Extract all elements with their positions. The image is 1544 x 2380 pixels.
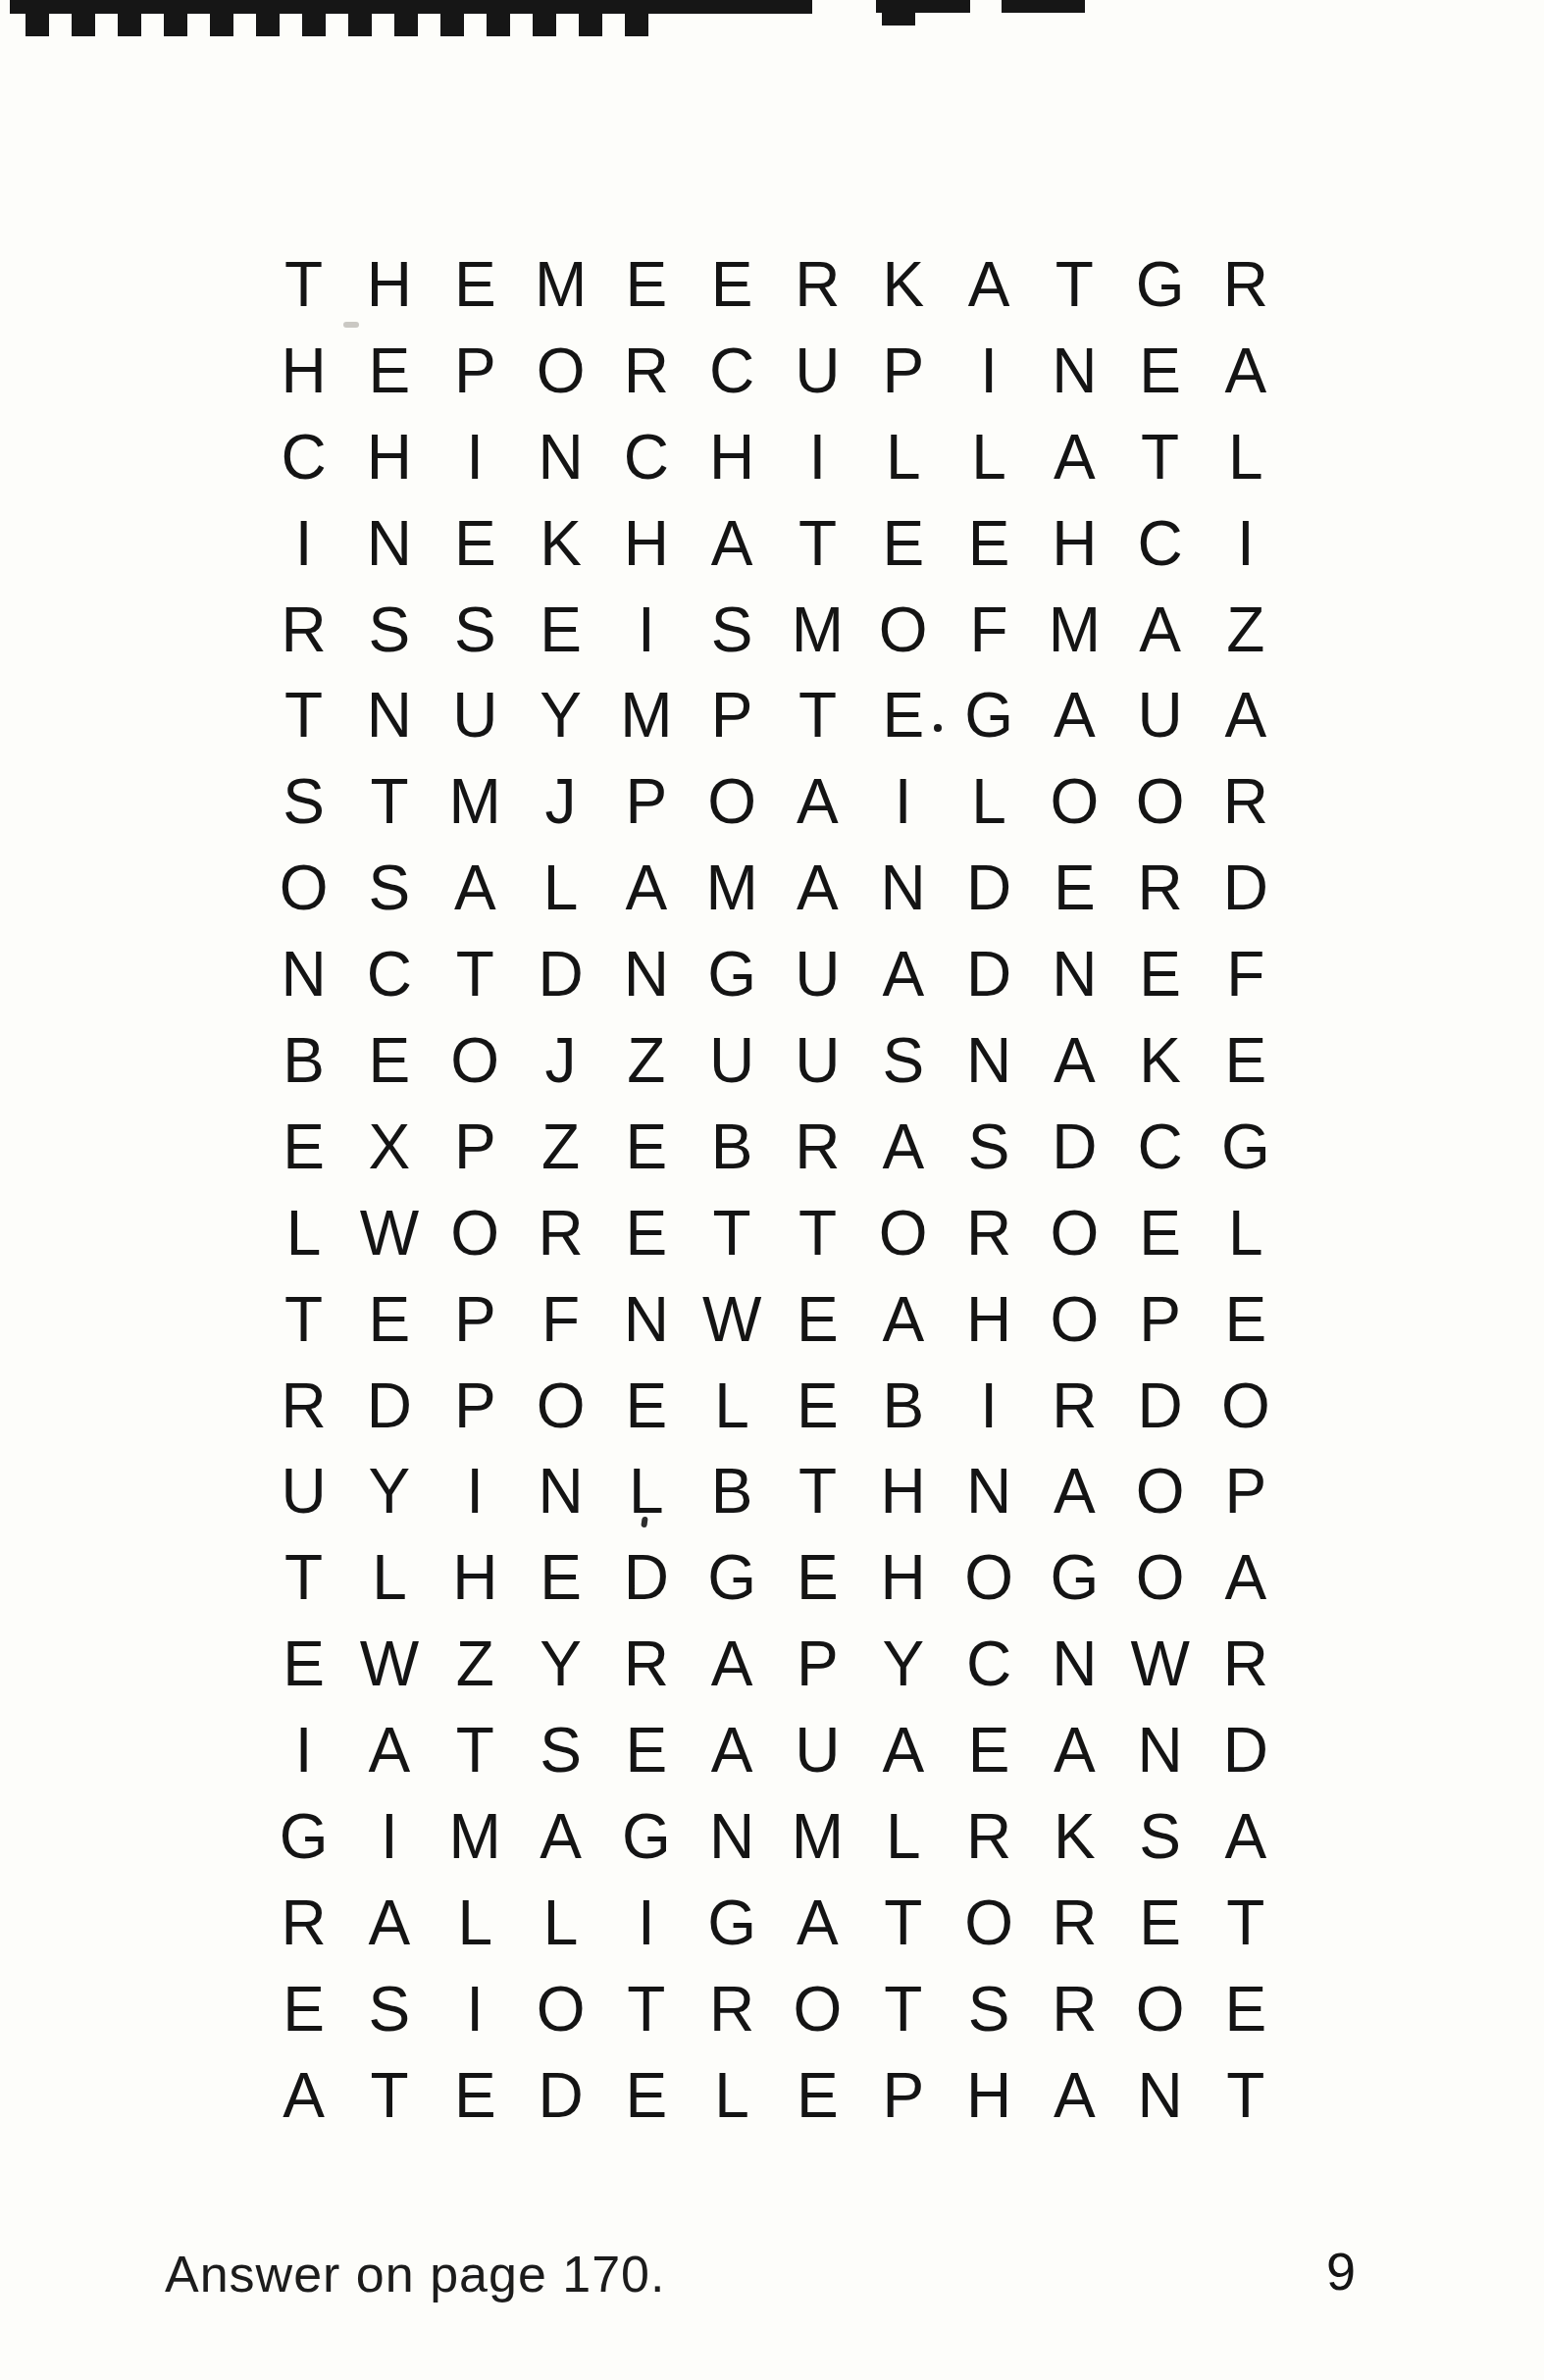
grid-cell[interactable]: L bbox=[946, 414, 1031, 500]
grid-cell[interactable]: E bbox=[261, 1621, 346, 1707]
grid-cell[interactable]: N bbox=[860, 845, 946, 931]
grid-cell[interactable]: O bbox=[518, 1363, 603, 1449]
grid-cell[interactable]: L bbox=[860, 1793, 946, 1880]
grid-cell[interactable]: H bbox=[946, 1276, 1031, 1363]
grid-cell[interactable]: N bbox=[518, 414, 603, 500]
grid-cell[interactable]: T bbox=[261, 1276, 346, 1363]
grid-cell[interactable]: T bbox=[433, 1707, 518, 1793]
grid-cell[interactable]: Z bbox=[518, 1104, 603, 1190]
grid-cell[interactable]: A bbox=[1117, 587, 1203, 673]
grid-cell[interactable]: F bbox=[946, 587, 1031, 673]
grid-cell[interactable]: E bbox=[1203, 1017, 1288, 1104]
grid-cell[interactable]: E bbox=[1203, 1966, 1288, 2052]
grid-cell[interactable]: M bbox=[1032, 587, 1117, 673]
grid-cell[interactable]: L bbox=[518, 845, 603, 931]
grid-cell[interactable]: E bbox=[1117, 328, 1203, 414]
grid-cell[interactable]: N bbox=[689, 1793, 774, 1880]
grid-cell[interactable]: U bbox=[433, 672, 518, 758]
grid-cell[interactable]: I bbox=[433, 1966, 518, 2052]
grid-cell[interactable]: N bbox=[346, 672, 432, 758]
grid-cell[interactable]: K bbox=[860, 241, 946, 328]
grid-cell[interactable]: L bbox=[433, 1880, 518, 1966]
grid-cell[interactable]: L bbox=[518, 1880, 603, 1966]
grid-cell[interactable]: N bbox=[946, 1017, 1031, 1104]
grid-cell[interactable]: G bbox=[1203, 1104, 1288, 1190]
grid-cell[interactable]: E bbox=[689, 241, 774, 328]
grid-cell[interactable]: N bbox=[1032, 931, 1117, 1017]
grid-cell[interactable]: F bbox=[518, 1276, 603, 1363]
grid-cell[interactable]: R bbox=[1203, 758, 1288, 845]
grid-cell[interactable]: G bbox=[689, 931, 774, 1017]
grid-cell[interactable]: E bbox=[775, 2052, 860, 2139]
grid-cell[interactable]: A bbox=[860, 1707, 946, 1793]
grid-cell[interactable]: X bbox=[346, 1104, 432, 1190]
grid-cell[interactable]: N bbox=[1117, 1707, 1203, 1793]
grid-cell[interactable]: E bbox=[346, 1276, 432, 1363]
grid-cell[interactable]: D bbox=[1203, 1707, 1288, 1793]
grid-cell[interactable]: A bbox=[775, 758, 860, 845]
grid-cell[interactable]: M bbox=[775, 587, 860, 673]
grid-cell[interactable]: A bbox=[603, 845, 689, 931]
grid-cell[interactable]: O bbox=[1117, 1966, 1203, 2052]
grid-cell[interactable]: E bbox=[775, 1363, 860, 1449]
grid-cell[interactable]: C bbox=[1117, 500, 1203, 587]
grid-cell[interactable]: U bbox=[689, 1017, 774, 1104]
grid-cell[interactable]: R bbox=[946, 1190, 1031, 1276]
grid-cell[interactable]: P bbox=[1117, 1276, 1203, 1363]
grid-cell[interactable]: M bbox=[775, 1793, 860, 1880]
grid-cell[interactable]: T bbox=[346, 2052, 432, 2139]
grid-cell[interactable]: E bbox=[603, 1104, 689, 1190]
grid-cell[interactable]: L bbox=[860, 414, 946, 500]
grid-cell[interactable]: I bbox=[1203, 500, 1288, 587]
grid-cell[interactable]: N bbox=[1117, 2052, 1203, 2139]
grid-cell[interactable]: R bbox=[261, 1363, 346, 1449]
grid-cell[interactable]: R bbox=[1032, 1363, 1117, 1449]
grid-cell[interactable]: H bbox=[261, 328, 346, 414]
grid-cell[interactable]: E bbox=[433, 500, 518, 587]
grid-cell[interactable]: A bbox=[518, 1793, 603, 1880]
crop-bar-small-2 bbox=[1002, 0, 1085, 13]
grid-cell[interactable]: G bbox=[603, 1793, 689, 1880]
grid-cell[interactable]: A bbox=[946, 241, 1031, 328]
grid-cell[interactable]: P bbox=[433, 328, 518, 414]
grid-cell[interactable]: U bbox=[261, 1448, 346, 1534]
grid-cell[interactable]: T bbox=[775, 1190, 860, 1276]
grid-cell[interactable]: A bbox=[775, 1880, 860, 1966]
grid-cell[interactable]: L bbox=[261, 1190, 346, 1276]
grid-cell[interactable]: R bbox=[775, 241, 860, 328]
grid-cell[interactable]: A bbox=[1032, 1707, 1117, 1793]
grid-cell[interactable]: T bbox=[775, 672, 860, 758]
grid-cell[interactable]: E bbox=[603, 1707, 689, 1793]
grid-cell[interactable]: Y bbox=[346, 1448, 432, 1534]
grid-cell[interactable]: B bbox=[860, 1363, 946, 1449]
grid-cell[interactable]: N bbox=[946, 1448, 1031, 1534]
grid-cell[interactable]: A bbox=[860, 931, 946, 1017]
grid-cell[interactable]: H bbox=[860, 1534, 946, 1621]
grid-cell[interactable]: I bbox=[603, 587, 689, 673]
grid-cell[interactable]: H bbox=[1032, 500, 1117, 587]
grid-cell[interactable]: C bbox=[346, 931, 432, 1017]
grid-cell[interactable]: O bbox=[1203, 1363, 1288, 1449]
grid-cell[interactable]: A bbox=[346, 1707, 432, 1793]
crop-bar-letter-bottoms bbox=[26, 13, 661, 36]
grid-cell[interactable]: A bbox=[689, 1707, 774, 1793]
grid-cell[interactable]: E bbox=[1117, 931, 1203, 1017]
grid-cell[interactable]: A bbox=[689, 1621, 774, 1707]
grid-cell[interactable]: W bbox=[346, 1621, 432, 1707]
grid-cell[interactable]: I bbox=[346, 1793, 432, 1880]
grid-cell[interactable]: G bbox=[261, 1793, 346, 1880]
grid-cell[interactable]: O bbox=[1032, 758, 1117, 845]
grid-cell[interactable]: O bbox=[1032, 1276, 1117, 1363]
grid-cell[interactable]: R bbox=[603, 1621, 689, 1707]
grid-cell[interactable]: A bbox=[1203, 1793, 1288, 1880]
grid-cell[interactable]: H bbox=[860, 1448, 946, 1534]
grid-cell[interactable]: Y bbox=[860, 1621, 946, 1707]
scan-speck bbox=[343, 322, 359, 328]
grid-cell[interactable]: M bbox=[518, 241, 603, 328]
grid-cell[interactable]: L bbox=[689, 2052, 774, 2139]
grid-cell[interactable]: H bbox=[433, 1534, 518, 1621]
grid-cell[interactable]: O bbox=[1117, 758, 1203, 845]
grid-cell[interactable]: M bbox=[603, 672, 689, 758]
grid-cell[interactable]: C bbox=[1117, 1104, 1203, 1190]
grid-cell[interactable]: O bbox=[946, 1880, 1031, 1966]
grid-cell[interactable]: I bbox=[261, 500, 346, 587]
grid-cell[interactable]: L bbox=[689, 1363, 774, 1449]
grid-cell[interactable]: A bbox=[261, 2052, 346, 2139]
grid-cell[interactable]: O bbox=[518, 1966, 603, 2052]
grid-cell[interactable]: P bbox=[1203, 1448, 1288, 1534]
grid-cell[interactable]: I bbox=[433, 1448, 518, 1534]
grid-cell[interactable]: T bbox=[1117, 414, 1203, 500]
grid-cell[interactable]: U bbox=[775, 328, 860, 414]
grid-cell[interactable]: B bbox=[261, 1017, 346, 1104]
grid-cell[interactable]: C bbox=[603, 414, 689, 500]
word-search-grid: THEMEERKATGRHEPORCUPINEACHINCHILLATLINEK… bbox=[261, 241, 1289, 2139]
grid-cell[interactable]: S bbox=[346, 587, 432, 673]
grid-cell[interactable]: M bbox=[689, 845, 774, 931]
grid-cell[interactable]: R bbox=[1203, 1621, 1288, 1707]
grid-cell[interactable]: I bbox=[860, 758, 946, 845]
grid-cell[interactable]: T bbox=[261, 241, 346, 328]
grid-cell[interactable]: A bbox=[346, 1880, 432, 1966]
grid-cell[interactable]: C bbox=[689, 328, 774, 414]
grid-cell[interactable]: E bbox=[603, 2052, 689, 2139]
grid-cell[interactable]: R bbox=[1032, 1880, 1117, 1966]
grid-cell[interactable]: R bbox=[689, 1966, 774, 2052]
grid-cell[interactable]: Z bbox=[1203, 587, 1288, 673]
grid-cell[interactable]: S bbox=[1117, 1793, 1203, 1880]
grid-cell[interactable]: I bbox=[603, 1880, 689, 1966]
grid-cell[interactable]: A bbox=[1032, 2052, 1117, 2139]
grid-cell[interactable]: C bbox=[946, 1621, 1031, 1707]
grid-cell[interactable]: E bbox=[518, 1534, 603, 1621]
grid-cell[interactable]: E bbox=[603, 1363, 689, 1449]
grid-cell[interactable]: N bbox=[603, 931, 689, 1017]
grid-cell[interactable]: A bbox=[1203, 672, 1288, 758]
grid-cell[interactable]: R bbox=[1117, 845, 1203, 931]
grid-cell[interactable]: D bbox=[946, 931, 1031, 1017]
grid-cell[interactable]: L bbox=[346, 1534, 432, 1621]
grid-cell[interactable]: I bbox=[775, 414, 860, 500]
grid-cell[interactable]: S bbox=[946, 1104, 1031, 1190]
grid-cell[interactable]: P bbox=[433, 1104, 518, 1190]
grid-cell[interactable]: R bbox=[261, 587, 346, 673]
grid-cell[interactable]: J bbox=[518, 1017, 603, 1104]
grid-cell[interactable]: U bbox=[1117, 672, 1203, 758]
grid-cell[interactable]: M bbox=[433, 1793, 518, 1880]
grid-cell[interactable]: Z bbox=[433, 1621, 518, 1707]
grid-cell[interactable]: R bbox=[603, 328, 689, 414]
grid-cell[interactable]: E bbox=[775, 1276, 860, 1363]
grid-cell[interactable]: E bbox=[346, 328, 432, 414]
grid-cell[interactable]: W bbox=[689, 1276, 774, 1363]
grid-cell[interactable]: N bbox=[603, 1276, 689, 1363]
grid-cell[interactable]: E bbox=[946, 1707, 1031, 1793]
grid-cell[interactable]: I bbox=[946, 328, 1031, 414]
grid-cell[interactable]: H bbox=[603, 500, 689, 587]
grid-cell[interactable]: M bbox=[433, 758, 518, 845]
grid-cell[interactable]: B bbox=[689, 1104, 774, 1190]
grid-cell[interactable]: E bbox=[1032, 845, 1117, 931]
grid-cell[interactable]: T bbox=[346, 758, 432, 845]
grid-cell[interactable]: S bbox=[518, 1707, 603, 1793]
page-number: 9 bbox=[1326, 2241, 1356, 2302]
grid-cell[interactable]: E bbox=[775, 1534, 860, 1621]
grid-cell[interactable]: T bbox=[433, 931, 518, 1017]
grid-cell[interactable]: A bbox=[860, 1276, 946, 1363]
grid-cell[interactable]: D bbox=[1032, 1104, 1117, 1190]
grid-cell[interactable]: Y bbox=[518, 672, 603, 758]
grid-cell[interactable]: O bbox=[261, 845, 346, 931]
grid-cell[interactable]: F bbox=[1203, 931, 1288, 1017]
grid-cell[interactable]: E bbox=[346, 1017, 432, 1104]
grid-cell[interactable]: U bbox=[775, 931, 860, 1017]
grid-cell[interactable]: T bbox=[775, 500, 860, 587]
grid-cell[interactable]: T bbox=[1203, 2052, 1288, 2139]
grid-cell[interactable]: O bbox=[689, 758, 774, 845]
grid-cell[interactable]: K bbox=[518, 500, 603, 587]
grid-cell[interactable]: T bbox=[775, 1448, 860, 1534]
grid-cell[interactable]: E bbox=[433, 241, 518, 328]
grid-cell[interactable]: G bbox=[689, 1880, 774, 1966]
grid-cell[interactable]: S bbox=[346, 845, 432, 931]
grid-cell[interactable]: O bbox=[433, 1190, 518, 1276]
grid-cell[interactable]: O bbox=[1117, 1534, 1203, 1621]
grid-cell[interactable]: D bbox=[603, 1534, 689, 1621]
grid-cell[interactable]: L bbox=[1203, 1190, 1288, 1276]
grid-cell[interactable]: A bbox=[775, 845, 860, 931]
grid-cell[interactable]: L bbox=[1203, 414, 1288, 500]
grid-cell[interactable]: D bbox=[946, 845, 1031, 931]
grid-cell[interactable]: E bbox=[860, 500, 946, 587]
grid-cell[interactable]: A bbox=[860, 1104, 946, 1190]
grid-cell[interactable]: P bbox=[689, 672, 774, 758]
grid-cell[interactable]: R bbox=[261, 1880, 346, 1966]
grid-cell[interactable]: D bbox=[518, 2052, 603, 2139]
grid-cell[interactable]: P bbox=[860, 2052, 946, 2139]
grid-cell[interactable]: N bbox=[346, 500, 432, 587]
grid-cell[interactable]: S bbox=[346, 1966, 432, 2052]
grid-cell[interactable]: P bbox=[433, 1363, 518, 1449]
grid-cell[interactable]: O bbox=[860, 1190, 946, 1276]
grid-cell[interactable]: R bbox=[518, 1190, 603, 1276]
grid-cell[interactable]: I bbox=[946, 1363, 1031, 1449]
grid-cell[interactable]: H bbox=[689, 414, 774, 500]
grid-cell[interactable]: A bbox=[1032, 414, 1117, 500]
grid-cell[interactable]: P bbox=[603, 758, 689, 845]
grid-cell[interactable]: C bbox=[261, 414, 346, 500]
grid-cell[interactable]: T bbox=[261, 1534, 346, 1621]
grid-cell[interactable]: T bbox=[860, 1966, 946, 2052]
grid-cell[interactable]: E bbox=[1117, 1880, 1203, 1966]
grid-cell[interactable]: E bbox=[261, 1966, 346, 2052]
grid-cell[interactable]: N bbox=[518, 1448, 603, 1534]
grid-cell[interactable]: R bbox=[1203, 241, 1288, 328]
grid-cell[interactable]: T bbox=[689, 1190, 774, 1276]
grid-cell[interactable]: D bbox=[1117, 1363, 1203, 1449]
grid-cell[interactable]: D bbox=[518, 931, 603, 1017]
scan-speck bbox=[934, 724, 942, 732]
grid-cell[interactable]: O bbox=[1032, 1190, 1117, 1276]
grid-cell[interactable]: A bbox=[1032, 1448, 1117, 1534]
grid-cell[interactable]: G bbox=[689, 1534, 774, 1621]
grid-cell[interactable]: O bbox=[860, 587, 946, 673]
grid-cell[interactable]: E bbox=[603, 241, 689, 328]
grid-cell[interactable]: H bbox=[346, 241, 432, 328]
grid-cell[interactable]: G bbox=[1117, 241, 1203, 328]
grid-cell[interactable]: D bbox=[1203, 845, 1288, 931]
grid-cell[interactable]: S bbox=[261, 758, 346, 845]
grid-cell[interactable]: N bbox=[261, 931, 346, 1017]
grid-cell[interactable]: A bbox=[1032, 1017, 1117, 1104]
grid-cell[interactable]: I bbox=[261, 1707, 346, 1793]
grid-cell[interactable]: G bbox=[1032, 1534, 1117, 1621]
grid-cell[interactable]: I bbox=[433, 414, 518, 500]
grid-cell[interactable]: R bbox=[946, 1793, 1031, 1880]
grid-cell[interactable]: Z bbox=[603, 1017, 689, 1104]
grid-cell[interactable]: H bbox=[346, 414, 432, 500]
grid-cell[interactable]: S bbox=[946, 1966, 1031, 2052]
grid-cell[interactable]: R bbox=[1032, 1966, 1117, 2052]
grid-cell[interactable]: J bbox=[518, 758, 603, 845]
grid-cell[interactable]: N bbox=[1032, 1621, 1117, 1707]
grid-cell[interactable]: E bbox=[1203, 1276, 1288, 1363]
grid-cell[interactable]: E bbox=[603, 1190, 689, 1276]
grid-cell[interactable]: K bbox=[1117, 1017, 1203, 1104]
grid-cell[interactable]: S bbox=[433, 587, 518, 673]
grid-cell[interactable]: A bbox=[1203, 1534, 1288, 1621]
grid-cell[interactable]: W bbox=[1117, 1621, 1203, 1707]
grid-cell[interactable]: D bbox=[346, 1363, 432, 1449]
book-page: THEMEERKATGRHEPORCUPINEACHINCHILLATLINEK… bbox=[0, 0, 1544, 2380]
grid-cell[interactable]: N bbox=[1032, 328, 1117, 414]
grid-cell[interactable]: A bbox=[1203, 328, 1288, 414]
grid-cell[interactable]: O bbox=[946, 1534, 1031, 1621]
grid-cell[interactable]: W bbox=[346, 1190, 432, 1276]
grid-cell[interactable]: U bbox=[775, 1017, 860, 1104]
grid-cell[interactable]: T bbox=[261, 672, 346, 758]
grid-cell[interactable]: O bbox=[1117, 1448, 1203, 1534]
grid-cell[interactable]: S bbox=[860, 1017, 946, 1104]
grid-cell[interactable]: G bbox=[946, 672, 1031, 758]
crop-bar-main bbox=[10, 0, 812, 14]
grid-cell[interactable]: T bbox=[603, 1966, 689, 2052]
answer-note: Answer on page 170. bbox=[165, 2245, 665, 2303]
grid-cell[interactable]: E bbox=[946, 500, 1031, 587]
grid-cell[interactable]: T bbox=[1203, 1880, 1288, 1966]
grid-cell[interactable]: O bbox=[433, 1017, 518, 1104]
grid-cell[interactable]: T bbox=[860, 1880, 946, 1966]
grid-cell[interactable]: A bbox=[1032, 672, 1117, 758]
grid-cell[interactable]: P bbox=[433, 1276, 518, 1363]
crop-bar-small-1-bump bbox=[882, 12, 915, 26]
grid-cell[interactable]: E bbox=[433, 2052, 518, 2139]
grid-cell[interactable]: E bbox=[261, 1104, 346, 1190]
grid-cell[interactable]: T bbox=[1032, 241, 1117, 328]
grid-cell[interactable]: O bbox=[518, 328, 603, 414]
grid-cell[interactable]: L bbox=[946, 758, 1031, 845]
grid-cell[interactable]: Y bbox=[518, 1621, 603, 1707]
grid-cell[interactable]: E bbox=[1117, 1190, 1203, 1276]
grid-cell[interactable]: P bbox=[860, 328, 946, 414]
grid-cell[interactable]: E bbox=[860, 672, 946, 758]
grid-cell[interactable]: O bbox=[775, 1966, 860, 2052]
grid-cell[interactable]: K bbox=[1032, 1793, 1117, 1880]
grid-cell[interactable]: P bbox=[775, 1621, 860, 1707]
grid-cell[interactable]: U bbox=[775, 1707, 860, 1793]
grid-cell[interactable]: A bbox=[433, 845, 518, 931]
grid-cell[interactable]: E bbox=[518, 587, 603, 673]
grid-cell[interactable]: A bbox=[689, 500, 774, 587]
grid-cell[interactable]: S bbox=[689, 587, 774, 673]
grid-cell[interactable]: B bbox=[689, 1448, 774, 1534]
grid-cell[interactable]: H bbox=[946, 2052, 1031, 2139]
grid-cell[interactable]: R bbox=[775, 1104, 860, 1190]
